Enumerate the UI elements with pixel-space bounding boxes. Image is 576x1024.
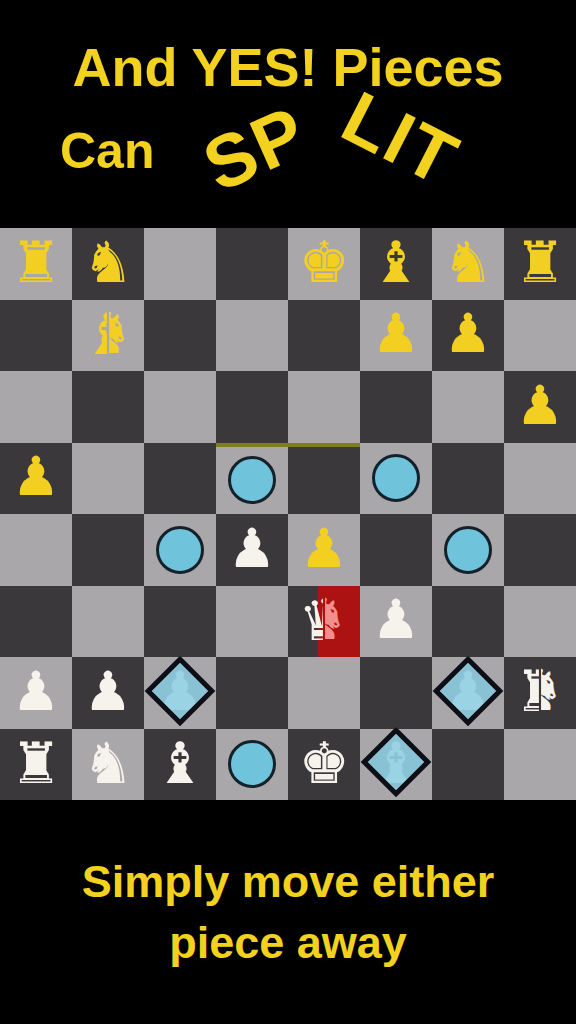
white-pawn: ♟ xyxy=(228,522,276,576)
square-d1[interactable] xyxy=(216,729,288,801)
square-f2[interactable] xyxy=(360,657,432,729)
headline-line1: And YES! Pieces xyxy=(0,36,576,98)
move-indicator-dot[interactable] xyxy=(372,454,420,502)
white-pawn: ♟ xyxy=(372,593,420,647)
app-screen: And YES! Pieces Can SP LIT ♜♞♚♝♞♜♝♞♟♟♟♟♟… xyxy=(0,0,576,1024)
move-indicator-dot[interactable] xyxy=(228,740,276,788)
square-f1[interactable]: ♝ xyxy=(360,729,432,801)
square-d7[interactable] xyxy=(216,300,288,372)
square-c7[interactable] xyxy=(144,300,216,372)
square-f5[interactable] xyxy=(360,443,432,515)
square-d8[interactable] xyxy=(216,228,288,300)
square-f8[interactable]: ♝ xyxy=(360,228,432,300)
square-h2[interactable]: ♜♞ xyxy=(504,657,576,729)
white-rook: ♜ xyxy=(10,735,61,792)
square-d5[interactable] xyxy=(216,443,288,515)
square-a2[interactable]: ♟ xyxy=(0,657,72,729)
yellow-pawn: ♟ xyxy=(12,450,60,504)
yellow-pawn: ♟ xyxy=(372,307,420,361)
white-pawn: ♟ xyxy=(12,665,60,719)
white-pawn: ♟ xyxy=(84,665,132,719)
square-e6[interactable] xyxy=(288,371,360,443)
square-d6[interactable] xyxy=(216,371,288,443)
square-c6[interactable] xyxy=(144,371,216,443)
yellow-pawn: ♟ xyxy=(444,307,492,361)
square-c1[interactable]: ♝ xyxy=(144,729,216,801)
square-f4[interactable] xyxy=(360,514,432,586)
caption-line1: Simply move either xyxy=(0,852,576,913)
yellow-rook: ♜ xyxy=(10,234,61,291)
square-g8[interactable]: ♞ xyxy=(432,228,504,300)
square-h7[interactable] xyxy=(504,300,576,372)
square-d2[interactable] xyxy=(216,657,288,729)
headline-can: Can xyxy=(60,122,154,180)
square-h3[interactable] xyxy=(504,586,576,658)
square-h4[interactable] xyxy=(504,514,576,586)
square-e5[interactable] xyxy=(288,443,360,515)
square-g3[interactable] xyxy=(432,586,504,658)
square-e7[interactable] xyxy=(288,300,360,372)
yellow-bishop: ♝ xyxy=(370,234,421,291)
square-a8[interactable]: ♜ xyxy=(0,228,72,300)
square-e4[interactable]: ♟ xyxy=(288,514,360,586)
square-d4[interactable]: ♟ xyxy=(216,514,288,586)
square-a3[interactable] xyxy=(0,586,72,658)
square-g6[interactable] xyxy=(432,371,504,443)
square-c5[interactable] xyxy=(144,443,216,515)
square-g2[interactable]: ♟ xyxy=(432,657,504,729)
square-e1[interactable]: ♚ xyxy=(288,729,360,801)
square-c2[interactable]: ♟ xyxy=(144,657,216,729)
white-bishop: ♝ xyxy=(154,735,205,792)
yellow-knight: ♞ xyxy=(442,234,493,291)
yellow-king: ♚ xyxy=(298,234,349,291)
square-f3[interactable]: ♟ xyxy=(360,586,432,658)
square-b8[interactable]: ♞ xyxy=(72,228,144,300)
square-g7[interactable]: ♟ xyxy=(432,300,504,372)
square-a1[interactable]: ♜ xyxy=(0,729,72,801)
yellow-knight: ♞ xyxy=(82,234,133,291)
square-a5[interactable]: ♟ xyxy=(0,443,72,515)
square-e8[interactable]: ♚ xyxy=(288,228,360,300)
square-h1[interactable] xyxy=(504,729,576,801)
square-g4[interactable] xyxy=(432,514,504,586)
yellow-pawn: ♟ xyxy=(516,379,564,433)
move-indicator-dot[interactable] xyxy=(444,526,492,574)
white-knight: ♞ xyxy=(82,735,133,792)
square-g1[interactable] xyxy=(432,729,504,801)
square-b1[interactable]: ♞ xyxy=(72,729,144,801)
square-e2[interactable] xyxy=(288,657,360,729)
square-b7[interactable]: ♝♞ xyxy=(72,300,144,372)
square-a7[interactable] xyxy=(0,300,72,372)
square-a6[interactable] xyxy=(0,371,72,443)
square-e3[interactable]: ♛♞ xyxy=(288,586,360,658)
square-c8[interactable] xyxy=(144,228,216,300)
move-indicator-dot[interactable] xyxy=(228,456,276,504)
yellow-pawn: ♟ xyxy=(300,522,348,576)
square-b3[interactable] xyxy=(72,586,144,658)
square-d3[interactable] xyxy=(216,586,288,658)
square-b2[interactable]: ♟ xyxy=(72,657,144,729)
square-h5[interactable] xyxy=(504,443,576,515)
square-b5[interactable] xyxy=(72,443,144,515)
chess-board: ♜♞♚♝♞♜♝♞♟♟♟♟♟♟♛♞♟♟♟♟♟♜♞♜♞♝♚♝ xyxy=(0,228,576,800)
square-h8[interactable]: ♜ xyxy=(504,228,576,300)
square-g5[interactable] xyxy=(432,443,504,515)
square-b4[interactable] xyxy=(72,514,144,586)
move-indicator-dot[interactable] xyxy=(156,526,204,574)
square-f7[interactable]: ♟ xyxy=(360,300,432,372)
caption-line2: piece away xyxy=(0,913,576,974)
yellow-rook: ♜ xyxy=(514,234,565,291)
square-h6[interactable]: ♟ xyxy=(504,371,576,443)
square-f6[interactable] xyxy=(360,371,432,443)
white-king: ♚ xyxy=(298,735,349,792)
caption: Simply move either piece away xyxy=(0,852,576,974)
square-c4[interactable] xyxy=(144,514,216,586)
square-c3[interactable] xyxy=(144,586,216,658)
headline-split-sp: SP xyxy=(191,89,319,208)
square-a4[interactable] xyxy=(0,514,72,586)
square-b6[interactable] xyxy=(72,371,144,443)
